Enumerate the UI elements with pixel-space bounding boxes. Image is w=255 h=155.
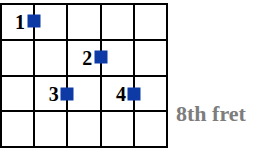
guitar-chord-diagram: 1234 8th fret: [0, 0, 255, 155]
fret-cell: [34, 4, 67, 40]
fret-cell: [34, 40, 67, 76]
fret-cell: [1, 111, 34, 147]
fret-cell: [67, 4, 100, 40]
fret-cell: [101, 76, 134, 112]
fret-cell: [134, 40, 167, 76]
fret-cell: [134, 4, 167, 40]
fret-cell: [67, 111, 100, 147]
fret-cell: [101, 111, 134, 147]
fret-cell: [34, 111, 67, 147]
fret-cell: [134, 111, 167, 147]
fret-cell: [101, 40, 134, 76]
fret-cell: [1, 76, 34, 112]
fret-cell: [1, 4, 34, 40]
fret-cell: [101, 4, 134, 40]
fret-cell: [34, 76, 67, 112]
fret-cell: [1, 40, 34, 76]
fret-cell: [67, 40, 100, 76]
fretboard-grid: [0, 3, 168, 148]
fret-cell: [67, 76, 100, 112]
fret-cell: [134, 76, 167, 112]
fret-position-label: 8th fret: [176, 103, 246, 125]
